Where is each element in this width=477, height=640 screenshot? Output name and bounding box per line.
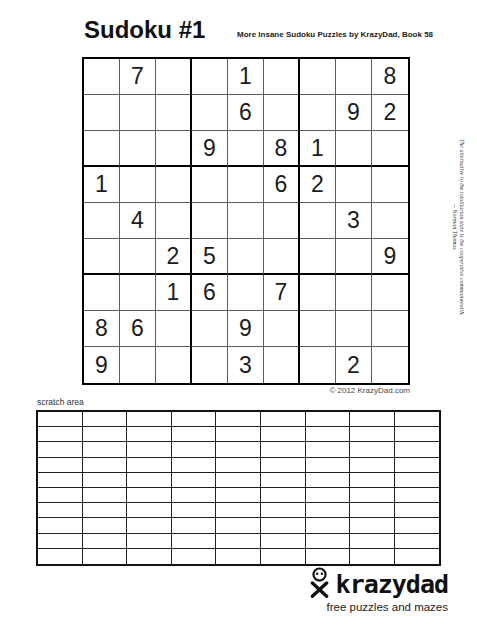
scratch-cell[interactable]: [38, 442, 83, 457]
sudoku-cell-r2c6[interactable]: [264, 95, 300, 131]
scratch-cell[interactable]: [261, 473, 306, 488]
puzzle-page: Sudoku #1 More Insane Sudoku Puzzles by …: [0, 0, 477, 640]
scratch-cell[interactable]: [261, 412, 306, 427]
sudoku-cell-r6c9[interactable]: 9: [372, 239, 408, 275]
scratch-cell[interactable]: [395, 534, 440, 549]
scratch-cell[interactable]: [83, 458, 128, 473]
sudoku-cell-r1c2[interactable]: 7: [120, 59, 156, 95]
sudoku-cell-r4c8[interactable]: [336, 167, 372, 203]
sudoku-cell-r8c8[interactable]: [336, 311, 372, 347]
scratch-cell[interactable]: [395, 458, 440, 473]
sudoku-cell-r7c6[interactable]: 7: [264, 275, 300, 311]
scratch-cell[interactable]: [83, 442, 128, 457]
scratch-cell[interactable]: [350, 427, 395, 442]
scratch-cell[interactable]: [350, 534, 395, 549]
sudoku-cell-r6c2[interactable]: [120, 239, 156, 275]
scratch-cell[interactable]: [172, 503, 217, 518]
scratch-cell[interactable]: [216, 458, 261, 473]
scratch-cell[interactable]: [127, 442, 172, 457]
krazydad-logo: krazydad free puzzles and mazes: [306, 567, 448, 613]
scratch-cell[interactable]: [83, 488, 128, 503]
scratch-cell[interactable]: [83, 503, 128, 518]
sudoku-cell-r3c1[interactable]: [84, 131, 120, 167]
logo-tagline: free puzzles and mazes: [327, 601, 448, 613]
scratch-cell[interactable]: [216, 412, 261, 427]
page-title: Sudoku #1: [84, 16, 205, 44]
scratch-cell[interactable]: [306, 488, 351, 503]
scratch-cell[interactable]: [127, 412, 172, 427]
scratch-cell[interactable]: [172, 534, 217, 549]
sudoku-cell-r3c3[interactable]: [156, 131, 192, 167]
scratch-cell[interactable]: [38, 549, 83, 564]
sudoku-cell-r4c5[interactable]: [228, 167, 264, 203]
scratch-cell[interactable]: [216, 427, 261, 442]
sudoku-cell-r7c4[interactable]: 6: [192, 275, 228, 311]
scratch-cell[interactable]: [216, 503, 261, 518]
sudoku-cell-r3c8[interactable]: [336, 131, 372, 167]
sudoku-cell-r4c1[interactable]: 1: [84, 167, 120, 203]
sudoku-cell-r5c9[interactable]: [372, 203, 408, 239]
scratch-cell[interactable]: [216, 473, 261, 488]
scratch-cell[interactable]: [395, 473, 440, 488]
sudoku-cell-r7c1[interactable]: [84, 275, 120, 311]
sudoku-cell-r1c4[interactable]: [192, 59, 228, 95]
sudoku-cell-r8c7[interactable]: [300, 311, 336, 347]
scratch-cell[interactable]: [350, 488, 395, 503]
scratch-cell[interactable]: [38, 503, 83, 518]
sudoku-cell-r9c7[interactable]: [300, 347, 336, 383]
scratch-cell[interactable]: [38, 427, 83, 442]
scratch-cell[interactable]: [261, 458, 306, 473]
scratch-cell[interactable]: [83, 427, 128, 442]
scratch-cell[interactable]: [395, 503, 440, 518]
sudoku-cell-r2c1[interactable]: [84, 95, 120, 131]
sudoku-cell-r2c4[interactable]: [192, 95, 228, 131]
scratch-cell[interactable]: [261, 427, 306, 442]
scratch-cell[interactable]: [261, 488, 306, 503]
sudoku-cell-r9c9[interactable]: [372, 347, 408, 383]
scratch-cell[interactable]: [172, 473, 217, 488]
sudoku-cell-r9c3[interactable]: [156, 347, 192, 383]
sudoku-cell-r9c6[interactable]: [264, 347, 300, 383]
sudoku-cell-r9c1[interactable]: 9: [84, 347, 120, 383]
page-subtitle: More Insane Sudoku Puzzles by KrazyDad, …: [237, 30, 433, 39]
sudoku-cell-r9c8[interactable]: 2: [336, 347, 372, 383]
scratch-cell[interactable]: [38, 534, 83, 549]
margin-quote: The alternative to the totalitarian stat…: [441, 138, 465, 316]
scratch-cell[interactable]: [127, 549, 172, 564]
scratch-cell[interactable]: [172, 458, 217, 473]
sudoku-cell-r5c4[interactable]: [192, 203, 228, 239]
scratch-cell[interactable]: [395, 518, 440, 533]
sudoku-cell-r8c5[interactable]: 9: [228, 311, 264, 347]
scratch-cell[interactable]: [261, 534, 306, 549]
sudoku-cell-r8c1[interactable]: 8: [84, 311, 120, 347]
sudoku-cell-r6c1[interactable]: [84, 239, 120, 275]
logo-wordmark: krazydad: [336, 572, 448, 598]
scratch-cell[interactable]: [306, 427, 351, 442]
sudoku-cell-r5c2[interactable]: 4: [120, 203, 156, 239]
sudoku-cell-r1c1[interactable]: [84, 59, 120, 95]
sudoku-cell-r6c7[interactable]: [300, 239, 336, 275]
sudoku-cell-r1c9[interactable]: 8: [372, 59, 408, 95]
sudoku-cell-r5c7[interactable]: [300, 203, 336, 239]
scratch-cell[interactable]: [127, 488, 172, 503]
scratch-grid: [36, 410, 441, 566]
sudoku-cell-r2c8[interactable]: 9: [336, 95, 372, 131]
scratch-cell[interactable]: [306, 549, 351, 564]
sudoku-cell-r7c3[interactable]: 1: [156, 275, 192, 311]
quote-text: The alternative to the totalitarian stat…: [458, 138, 465, 316]
sudoku-cell-r3c7[interactable]: 1: [300, 131, 336, 167]
sudoku-cell-r1c7[interactable]: [300, 59, 336, 95]
scratch-cell[interactable]: [127, 503, 172, 518]
scratch-cell[interactable]: [83, 518, 128, 533]
sudoku-cell-r2c2[interactable]: [120, 95, 156, 131]
scratch-cell[interactable]: [261, 503, 306, 518]
sudoku-cell-r8c2[interactable]: 6: [120, 311, 156, 347]
sudoku-cell-r8c9[interactable]: [372, 311, 408, 347]
sudoku-cell-r3c6[interactable]: 8: [264, 131, 300, 167]
scratch-cell[interactable]: [216, 518, 261, 533]
scratch-cell[interactable]: [261, 518, 306, 533]
sudoku-cell-r7c7[interactable]: [300, 275, 336, 311]
scratch-cell[interactable]: [261, 549, 306, 564]
sudoku-cell-r4c2[interactable]: [120, 167, 156, 203]
scratch-cell[interactable]: [172, 427, 217, 442]
sudoku-cell-r6c3[interactable]: 2: [156, 239, 192, 275]
scratch-cell[interactable]: [83, 534, 128, 549]
sudoku-cell-r6c8[interactable]: [336, 239, 372, 275]
scratch-cell[interactable]: [172, 442, 217, 457]
sudoku-cell-r5c3[interactable]: [156, 203, 192, 239]
scratch-cell[interactable]: [395, 442, 440, 457]
sudoku-cell-r1c6[interactable]: [264, 59, 300, 95]
sudoku-cell-r9c2[interactable]: [120, 347, 156, 383]
scratch-cell[interactable]: [261, 442, 306, 457]
scratch-cell[interactable]: [38, 473, 83, 488]
scratch-cell[interactable]: [127, 473, 172, 488]
sudoku-cell-r4c7[interactable]: 2: [300, 167, 336, 203]
scratch-cell[interactable]: [127, 427, 172, 442]
sudoku-cell-r3c9[interactable]: [372, 131, 408, 167]
scratch-cell[interactable]: [83, 473, 128, 488]
sudoku-cell-r6c4[interactable]: 5: [192, 239, 228, 275]
scratch-cell[interactable]: [172, 488, 217, 503]
scratch-cell[interactable]: [395, 412, 440, 427]
scratch-cell[interactable]: [306, 458, 351, 473]
scratch-cell[interactable]: [350, 518, 395, 533]
sudoku-cell-r5c5[interactable]: [228, 203, 264, 239]
sudoku-cell-r3c2[interactable]: [120, 131, 156, 167]
sudoku-cell-r4c3[interactable]: [156, 167, 192, 203]
sudoku-cell-r5c8[interactable]: 3: [336, 203, 372, 239]
scratch-cell[interactable]: [306, 412, 351, 427]
scratch-cell[interactable]: [306, 503, 351, 518]
scratch-cell[interactable]: [172, 549, 217, 564]
scratch-cell[interactable]: [83, 549, 128, 564]
sudoku-cell-r7c2[interactable]: [120, 275, 156, 311]
scratch-cell[interactable]: [216, 442, 261, 457]
sudoku-cell-r2c9[interactable]: 2: [372, 95, 408, 131]
sudoku-cell-r1c3[interactable]: [156, 59, 192, 95]
scratch-cell[interactable]: [306, 442, 351, 457]
sudoku-cell-r6c5[interactable]: [228, 239, 264, 275]
scratch-cell[interactable]: [350, 503, 395, 518]
sudoku-cell-r7c5[interactable]: [228, 275, 264, 311]
scratch-area-label: scratch area: [37, 397, 84, 407]
scratch-cell[interactable]: [306, 473, 351, 488]
sudoku-cell-r9c5[interactable]: 3: [228, 347, 264, 383]
sudoku-cell-r4c9[interactable]: [372, 167, 408, 203]
scratch-cell[interactable]: [350, 473, 395, 488]
sudoku-cell-r5c1[interactable]: [84, 203, 120, 239]
sudoku-cell-r4c6[interactable]: 6: [264, 167, 300, 203]
sudoku-cell-r8c6[interactable]: [264, 311, 300, 347]
sudoku-cell-r1c5[interactable]: 1: [228, 59, 264, 95]
scratch-cell[interactable]: [127, 518, 172, 533]
sudoku-cell-r2c5[interactable]: 6: [228, 95, 264, 131]
scratch-cell[interactable]: [38, 458, 83, 473]
scratch-cell[interactable]: [127, 534, 172, 549]
sudoku-cell-r7c8[interactable]: [336, 275, 372, 311]
copyright-text: © 2012 KrazyDad.com: [82, 386, 410, 395]
sudoku-cell-r2c7[interactable]: [300, 95, 336, 131]
scratch-cell[interactable]: [216, 549, 261, 564]
scratch-cell[interactable]: [395, 488, 440, 503]
scratch-cell[interactable]: [38, 518, 83, 533]
sudoku-cell-r9c4[interactable]: [192, 347, 228, 383]
sudoku-cell-r6c6[interactable]: [264, 239, 300, 275]
sudoku-cell-r4c4[interactable]: [192, 167, 228, 203]
scratch-cell[interactable]: [350, 442, 395, 457]
scratch-cell[interactable]: [216, 534, 261, 549]
scratch-cell[interactable]: [306, 534, 351, 549]
sudoku-cell-r5c6[interactable]: [264, 203, 300, 239]
scratch-cell[interactable]: [38, 488, 83, 503]
sudoku-cell-r2c3[interactable]: [156, 95, 192, 131]
stick-figure-icon: [306, 567, 333, 602]
sudoku-cell-r3c5[interactable]: [228, 131, 264, 167]
sudoku-cell-r7c9[interactable]: [372, 275, 408, 311]
sudoku-cell-r8c4[interactable]: [192, 311, 228, 347]
scratch-cell[interactable]: [172, 412, 217, 427]
sudoku-cell-r1c8[interactable]: [336, 59, 372, 95]
sudoku-cell-r8c3[interactable]: [156, 311, 192, 347]
scratch-cell[interactable]: [38, 412, 83, 427]
scratch-cell[interactable]: [216, 488, 261, 503]
scratch-cell[interactable]: [83, 412, 128, 427]
scratch-cell[interactable]: [350, 549, 395, 564]
scratch-cell[interactable]: [172, 518, 217, 533]
sudoku-board: 71869298116243259167869932: [82, 57, 410, 385]
sudoku-cell-r3c4[interactable]: 9: [192, 131, 228, 167]
scratch-cell[interactable]: [127, 458, 172, 473]
quote-attribution: -- Norman Thomas: [451, 138, 458, 316]
scratch-cell[interactable]: [395, 549, 440, 564]
scratch-cell[interactable]: [306, 518, 351, 533]
scratch-cell[interactable]: [350, 458, 395, 473]
scratch-cell[interactable]: [395, 427, 440, 442]
scratch-cell[interactable]: [350, 412, 395, 427]
